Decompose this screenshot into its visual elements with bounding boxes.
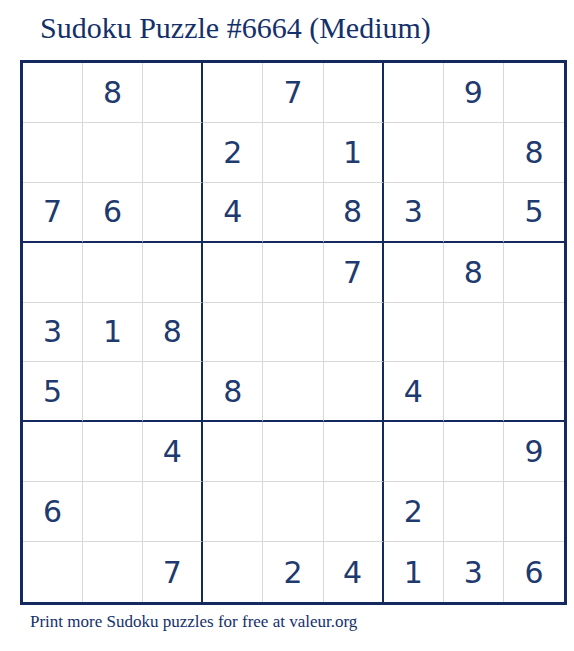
cell-r6c1: 5 [23,362,83,422]
cell-r7c1 [23,422,83,482]
cell-r2c4: 2 [203,123,263,183]
cell-r8c5 [263,482,323,542]
cell-r5c9 [504,303,564,363]
cell-r2c8 [444,123,504,183]
cell-r2c1 [23,123,83,183]
cell-r3c5 [263,183,323,243]
cell-r7c4 [203,422,263,482]
cell-r1c1 [23,63,83,123]
cell-r5c1: 3 [23,303,83,363]
cell-r5c4 [203,303,263,363]
cell-r5c2: 1 [83,303,143,363]
cell-r4c7 [384,243,444,303]
cell-r3c7: 3 [384,183,444,243]
cell-r3c9: 5 [504,183,564,243]
cell-r5c6 [324,303,384,363]
cell-r3c1: 7 [23,183,83,243]
cell-r4c5 [263,243,323,303]
cell-r2c9: 8 [504,123,564,183]
cell-r9c3: 7 [143,542,203,602]
cell-r1c7 [384,63,444,123]
cell-r9c8: 3 [444,542,504,602]
sudoku-grid: 879218764835783185844962724136 [20,60,567,605]
cell-r7c3: 4 [143,422,203,482]
cell-r8c9 [504,482,564,542]
cell-r4c2 [83,243,143,303]
cell-r1c3 [143,63,203,123]
cell-r9c2 [83,542,143,602]
page-title: Sudoku Puzzle #6664 (Medium) [40,11,431,45]
cell-r8c2 [83,482,143,542]
cell-r6c7: 4 [384,362,444,422]
cell-r6c3 [143,362,203,422]
cell-r1c4 [203,63,263,123]
footer-text: Print more Sudoku puzzles for free at va… [30,612,357,632]
cell-r9c1 [23,542,83,602]
cell-r2c2 [83,123,143,183]
cell-r2c3 [143,123,203,183]
cell-r2c7 [384,123,444,183]
cell-r5c5 [263,303,323,363]
cell-r1c5: 7 [263,63,323,123]
cell-r8c1: 6 [23,482,83,542]
cell-r4c6: 7 [324,243,384,303]
cell-r5c8 [444,303,504,363]
cell-r3c4: 4 [203,183,263,243]
cell-r3c3 [143,183,203,243]
cell-r8c3 [143,482,203,542]
cell-r1c6 [324,63,384,123]
cell-r7c6 [324,422,384,482]
cell-r8c4 [203,482,263,542]
cell-r6c6 [324,362,384,422]
sudoku-page: Sudoku Puzzle #6664 (Medium) 87921876483… [0,0,574,651]
cell-r9c5: 2 [263,542,323,602]
cell-r9c6: 4 [324,542,384,602]
cell-r6c2 [83,362,143,422]
cell-r5c7 [384,303,444,363]
cell-r6c5 [263,362,323,422]
cell-r6c4: 8 [203,362,263,422]
cell-r3c6: 8 [324,183,384,243]
cell-r7c7 [384,422,444,482]
cell-r9c7: 1 [384,542,444,602]
cell-r7c5 [263,422,323,482]
cell-r3c8 [444,183,504,243]
cell-r7c2 [83,422,143,482]
cell-r9c9: 6 [504,542,564,602]
cell-r2c5 [263,123,323,183]
cell-r5c3: 8 [143,303,203,363]
cell-r8c8 [444,482,504,542]
cell-r8c6 [324,482,384,542]
cell-r8c7: 2 [384,482,444,542]
cell-r4c8: 8 [444,243,504,303]
cell-r4c1 [23,243,83,303]
cell-r2c6: 1 [324,123,384,183]
cell-r6c9 [504,362,564,422]
cell-r6c8 [444,362,504,422]
cell-r7c9: 9 [504,422,564,482]
cell-r1c8: 9 [444,63,504,123]
cell-r4c9 [504,243,564,303]
cell-r3c2: 6 [83,183,143,243]
cell-r1c9 [504,63,564,123]
cell-r7c8 [444,422,504,482]
cell-r9c4 [203,542,263,602]
cell-r4c3 [143,243,203,303]
cell-r1c2: 8 [83,63,143,123]
cell-r4c4 [203,243,263,303]
